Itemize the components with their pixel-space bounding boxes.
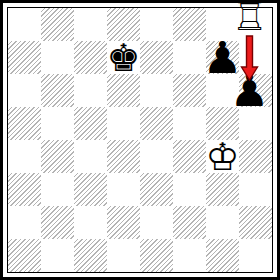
square-b3[interactable] [41,173,74,206]
square-e2[interactable] [140,206,173,239]
square-h4[interactable] [239,140,272,173]
black-pawn-h6[interactable]: ♟ [233,74,266,107]
square-e8[interactable] [140,8,173,41]
chess-board: ♖♚♟♟♔ [7,7,273,273]
square-d4[interactable] [107,140,140,173]
square-b5[interactable] [41,107,74,140]
square-f5[interactable] [173,107,206,140]
square-d5[interactable] [107,107,140,140]
square-a3[interactable] [8,173,41,206]
square-b2[interactable] [41,206,74,239]
diagram-frame: ♖♚♟♟♔ [0,0,280,280]
square-d2[interactable] [107,206,140,239]
square-a4[interactable] [8,140,41,173]
square-b1[interactable] [41,239,74,272]
square-b7[interactable] [41,41,74,74]
square-a8[interactable] [8,8,41,41]
square-c4[interactable] [74,140,107,173]
square-f7[interactable] [173,41,206,74]
black-king-d7[interactable]: ♚ [107,41,140,74]
square-e3[interactable] [140,173,173,206]
square-f2[interactable] [173,206,206,239]
square-g1[interactable] [206,239,239,272]
square-h1[interactable] [239,239,272,272]
white-rook-h8[interactable]: ♖ [233,0,266,33]
square-c5[interactable] [74,107,107,140]
white-king-g4[interactable]: ♔ [206,140,239,173]
square-c3[interactable] [74,173,107,206]
square-a6[interactable] [8,74,41,107]
square-e6[interactable] [140,74,173,107]
square-f4[interactable] [173,140,206,173]
square-e4[interactable] [140,140,173,173]
square-f3[interactable] [173,173,206,206]
square-f8[interactable] [173,8,206,41]
square-d3[interactable] [107,173,140,206]
square-f1[interactable] [173,239,206,272]
square-b6[interactable] [41,74,74,107]
square-b4[interactable] [41,140,74,173]
square-h3[interactable] [239,173,272,206]
square-g2[interactable] [206,206,239,239]
square-b8[interactable] [41,8,74,41]
square-c2[interactable] [74,206,107,239]
square-a2[interactable] [8,206,41,239]
square-f6[interactable] [173,74,206,107]
square-h2[interactable] [239,206,272,239]
square-e5[interactable] [140,107,173,140]
square-e1[interactable] [140,239,173,272]
square-a7[interactable] [8,41,41,74]
square-d1[interactable] [107,239,140,272]
square-c8[interactable] [74,8,107,41]
square-c7[interactable] [74,41,107,74]
square-c6[interactable] [74,74,107,107]
square-a1[interactable] [8,239,41,272]
square-c1[interactable] [74,239,107,272]
square-e7[interactable] [140,41,173,74]
square-a5[interactable] [8,107,41,140]
